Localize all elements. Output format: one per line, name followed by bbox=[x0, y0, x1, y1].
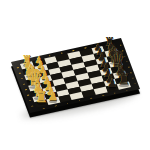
pieces-layer: ♜♞♝♛♚♝♞♜♟♟♟♟♟♟♟♟♟♟♟♟♟♟♟♟♜♞♝♛♚♝♞♜ bbox=[0, 0, 150, 150]
piece-black-pawn[interactable]: ♟ bbox=[100, 78, 124, 90]
piece-white-rook[interactable]: ♜ bbox=[29, 90, 53, 105]
chess-set-photo: ♜♞♝♛♚♝♞♜♟♟♟♟♟♟♟♟♟♟♟♟♟♟♟♟♜♞♝♛♚♝♞♜ bbox=[0, 0, 150, 150]
